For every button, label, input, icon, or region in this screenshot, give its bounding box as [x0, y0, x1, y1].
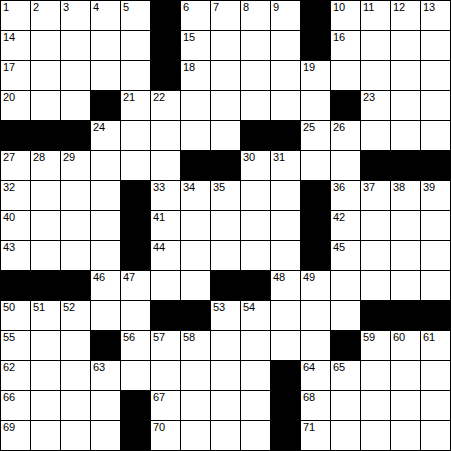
grid-cell[interactable] [121, 31, 151, 61]
grid-cell[interactable]: 11 [361, 1, 391, 31]
clue-number: 34 [183, 182, 195, 193]
grid-cell[interactable]: 53 [211, 301, 241, 331]
black-cell [91, 91, 121, 121]
black-cell [301, 31, 331, 61]
clue-number: 57 [153, 332, 165, 343]
clue-number: 14 [3, 32, 15, 43]
black-cell [61, 271, 91, 301]
grid-cell[interactable]: 38 [391, 181, 421, 211]
grid-cell[interactable]: 6 [181, 1, 211, 31]
black-cell [181, 151, 211, 181]
black-cell [331, 331, 361, 361]
grid-cell[interactable] [421, 271, 451, 301]
black-cell [61, 121, 91, 151]
grid-cell[interactable]: 8 [241, 1, 271, 31]
grid-cell[interactable] [271, 241, 301, 271]
grid-cell[interactable] [61, 61, 91, 91]
clue-number: 24 [93, 122, 105, 133]
grid-cell[interactable]: 16 [331, 31, 361, 61]
grid-cell[interactable] [391, 31, 421, 61]
grid-cell[interactable]: 34 [181, 181, 211, 211]
grid-cell[interactable]: 63 [91, 361, 121, 391]
clue-number: 15 [183, 32, 195, 43]
grid-cell[interactable]: 49 [301, 271, 331, 301]
grid-cell[interactable]: 25 [301, 121, 331, 151]
clue-number: 54 [243, 302, 255, 313]
clue-number: 7 [213, 2, 219, 13]
grid-cell[interactable] [241, 91, 271, 121]
black-cell [121, 181, 151, 211]
grid-cell[interactable] [271, 91, 301, 121]
grid-cell[interactable] [331, 151, 361, 181]
grid-cell[interactable]: 2 [31, 1, 61, 31]
grid-cell[interactable]: 44 [151, 241, 181, 271]
grid-cell[interactable] [361, 271, 391, 301]
clue-number: 60 [393, 332, 405, 343]
grid-cell[interactable] [361, 361, 391, 391]
grid-cell[interactable] [91, 31, 121, 61]
grid-cell[interactable] [121, 121, 151, 151]
black-cell [271, 391, 301, 421]
black-cell [361, 151, 391, 181]
grid-cell[interactable] [121, 61, 151, 91]
black-cell [271, 361, 301, 391]
grid-cell[interactable] [391, 61, 421, 91]
clue-number: 63 [93, 362, 105, 373]
clue-number: 18 [183, 62, 195, 73]
clue-number: 2 [33, 2, 39, 13]
grid-cell[interactable]: 40 [1, 211, 31, 241]
clue-number: 64 [303, 362, 315, 373]
clue-number: 51 [33, 302, 45, 313]
black-cell [151, 301, 181, 331]
grid-cell[interactable] [211, 241, 241, 271]
grid-cell[interactable]: 36 [331, 181, 361, 211]
grid-cell[interactable] [181, 121, 211, 151]
clue-number: 43 [3, 242, 15, 253]
clue-number: 6 [183, 2, 189, 13]
grid-cell[interactable] [241, 61, 271, 91]
grid-cell[interactable] [121, 301, 151, 331]
clue-number: 31 [273, 152, 285, 163]
grid-cell[interactable] [91, 211, 121, 241]
clue-number: 25 [303, 122, 315, 133]
grid-cell[interactable]: 61 [421, 331, 451, 361]
clue-number: 33 [153, 182, 165, 193]
grid-cell[interactable]: 22 [151, 91, 181, 121]
grid-cell[interactable]: 30 [241, 151, 271, 181]
grid-cell[interactable]: 1 [1, 1, 31, 31]
grid-cell[interactable] [391, 361, 421, 391]
clue-number: 11 [363, 2, 374, 13]
grid-cell[interactable] [181, 421, 211, 451]
clue-number: 26 [333, 122, 345, 133]
grid-cell[interactable]: 57 [151, 331, 181, 361]
black-cell [121, 241, 151, 271]
clue-number: 27 [3, 152, 15, 163]
grid-cell[interactable] [31, 61, 61, 91]
grid-cell[interactable] [421, 91, 451, 121]
grid-cell[interactable]: 23 [361, 91, 391, 121]
black-cell [391, 301, 421, 331]
grid-cell[interactable] [151, 271, 181, 301]
grid-cell[interactable] [211, 31, 241, 61]
grid-cell[interactable] [91, 421, 121, 451]
clue-number: 71 [303, 422, 315, 433]
grid-cell[interactable] [31, 31, 61, 61]
black-cell [301, 181, 331, 211]
clue-number: 21 [123, 92, 135, 103]
grid-cell[interactable] [421, 121, 451, 151]
grid-cell[interactable] [241, 421, 271, 451]
grid-cell[interactable]: 19 [301, 61, 331, 91]
grid-cell[interactable] [31, 421, 61, 451]
grid-cell[interactable] [121, 361, 151, 391]
black-cell [1, 121, 31, 151]
clue-number: 44 [153, 242, 165, 253]
grid-cell[interactable]: 28 [31, 151, 61, 181]
grid-cell[interactable] [151, 151, 181, 181]
grid-cell[interactable] [91, 181, 121, 211]
grid-cell[interactable]: 59 [361, 331, 391, 361]
clue-number: 8 [243, 2, 249, 13]
clue-number: 39 [423, 182, 435, 193]
clue-number: 47 [123, 272, 135, 283]
clue-number: 46 [93, 272, 105, 283]
clue-number: 12 [393, 2, 405, 13]
grid-cell[interactable]: 32 [1, 181, 31, 211]
grid-cell[interactable] [361, 241, 391, 271]
black-cell [31, 121, 61, 151]
grid-cell[interactable] [271, 181, 301, 211]
grid-cell[interactable] [181, 271, 211, 301]
grid-cell[interactable]: 54 [241, 301, 271, 331]
clue-number: 10 [333, 2, 345, 13]
grid-cell[interactable] [31, 211, 61, 241]
grid-cell[interactable] [91, 241, 121, 271]
grid-cell[interactable]: 29 [61, 151, 91, 181]
grid-cell[interactable]: 45 [331, 241, 361, 271]
clue-number: 62 [3, 362, 15, 373]
grid-cell[interactable]: 43 [1, 241, 31, 271]
grid-cell[interactable]: 24 [91, 121, 121, 151]
clue-number: 42 [333, 212, 345, 223]
grid-cell[interactable] [391, 241, 421, 271]
grid-cell[interactable]: 48 [271, 271, 301, 301]
black-cell [301, 211, 331, 241]
grid-cell[interactable]: 69 [1, 421, 31, 451]
black-cell [121, 211, 151, 241]
grid-cell[interactable] [361, 211, 391, 241]
clue-number: 19 [303, 62, 315, 73]
clue-number: 65 [333, 362, 345, 373]
clue-number: 59 [363, 332, 375, 343]
black-cell [151, 1, 181, 31]
grid-cell[interactable] [421, 61, 451, 91]
grid-cell[interactable]: 56 [121, 331, 151, 361]
black-cell [391, 151, 421, 181]
grid-cell[interactable] [301, 91, 331, 121]
grid-cell[interactable]: 64 [301, 361, 331, 391]
grid-cell[interactable] [391, 271, 421, 301]
crossword-board: 1234567891011121314151617181920212223242… [0, 0, 451, 451]
grid-cell[interactable] [211, 391, 241, 421]
black-cell [421, 151, 451, 181]
grid-cell[interactable]: 20 [1, 91, 31, 121]
grid-cell[interactable]: 50 [1, 301, 31, 331]
grid-cell[interactable]: 37 [361, 181, 391, 211]
grid-cell[interactable] [31, 391, 61, 421]
grid-cell[interactable] [91, 61, 121, 91]
clue-number: 22 [153, 92, 165, 103]
grid-cell[interactable] [61, 91, 91, 121]
grid-cell[interactable] [241, 211, 271, 241]
grid-cell[interactable] [421, 31, 451, 61]
clue-number: 3 [63, 2, 69, 13]
grid-cell[interactable]: 31 [271, 151, 301, 181]
black-cell [121, 391, 151, 421]
grid-cell[interactable] [271, 301, 301, 331]
clue-number: 36 [333, 182, 345, 193]
grid-cell[interactable] [91, 151, 121, 181]
black-cell [301, 241, 331, 271]
clue-number: 69 [3, 422, 15, 433]
clue-number: 68 [303, 392, 315, 403]
black-cell [271, 421, 301, 451]
black-cell [121, 421, 151, 451]
clue-number: 38 [393, 182, 405, 193]
grid-cell[interactable] [271, 211, 301, 241]
grid-cell[interactable]: 71 [301, 421, 331, 451]
clue-number: 13 [423, 2, 435, 13]
black-cell [181, 301, 211, 331]
grid-cell[interactable] [391, 421, 421, 451]
clue-number: 56 [123, 332, 135, 343]
grid-cell[interactable] [241, 361, 271, 391]
clue-number: 50 [3, 302, 15, 313]
grid-cell[interactable]: 65 [331, 361, 361, 391]
grid-cell[interactable] [361, 421, 391, 451]
black-cell [241, 121, 271, 151]
grid-cell[interactable] [241, 241, 271, 271]
grid-cell[interactable] [421, 241, 451, 271]
grid-cell[interactable] [391, 91, 421, 121]
grid-cell[interactable] [331, 391, 361, 421]
grid-cell[interactable]: 42 [331, 211, 361, 241]
grid-cell[interactable]: 18 [181, 61, 211, 91]
grid-cell[interactable]: 35 [211, 181, 241, 211]
grid-cell[interactable] [31, 241, 61, 271]
clue-number: 66 [3, 392, 15, 403]
clue-number: 9 [273, 2, 279, 13]
black-cell [151, 61, 181, 91]
grid-cell[interactable] [331, 61, 361, 91]
grid-cell[interactable] [301, 151, 331, 181]
grid-cell[interactable]: 52 [61, 301, 91, 331]
grid-cell[interactable]: 4 [91, 1, 121, 31]
clue-number: 67 [153, 392, 165, 403]
grid-cell[interactable] [361, 31, 391, 61]
grid-cell[interactable] [151, 361, 181, 391]
grid-cell[interactable] [61, 421, 91, 451]
black-cell [151, 31, 181, 61]
black-cell [31, 271, 61, 301]
black-cell [301, 1, 331, 31]
clue-number: 52 [63, 302, 75, 313]
grid-cell[interactable] [271, 61, 301, 91]
grid-cell[interactable] [301, 331, 331, 361]
clue-number: 4 [93, 2, 99, 13]
grid-cell[interactable] [241, 331, 271, 361]
grid-cell[interactable]: 51 [31, 301, 61, 331]
clue-number: 20 [3, 92, 15, 103]
grid-cell[interactable]: 66 [1, 391, 31, 421]
clue-number: 70 [153, 422, 165, 433]
grid-cell[interactable] [361, 391, 391, 421]
grid-cell[interactable] [61, 331, 91, 361]
grid-cell[interactable] [241, 181, 271, 211]
black-cell [331, 91, 361, 121]
clue-number: 1 [3, 2, 9, 13]
grid-cell[interactable] [31, 361, 61, 391]
clue-number: 61 [423, 332, 435, 343]
grid-cell[interactable]: 46 [91, 271, 121, 301]
grid-cell[interactable] [61, 181, 91, 211]
grid-cell[interactable] [391, 211, 421, 241]
grid-cell[interactable]: 58 [181, 331, 211, 361]
grid-cell[interactable]: 62 [1, 361, 31, 391]
grid-cell[interactable] [211, 361, 241, 391]
black-cell [421, 301, 451, 331]
clue-number: 32 [3, 182, 15, 193]
grid-cell[interactable] [271, 31, 301, 61]
black-cell [211, 271, 241, 301]
clue-number: 37 [363, 182, 375, 193]
grid-cell[interactable] [61, 361, 91, 391]
grid-cell[interactable]: 15 [181, 31, 211, 61]
grid-cell[interactable] [421, 421, 451, 451]
grid-cell[interactable]: 21 [121, 91, 151, 121]
grid-cell[interactable] [301, 301, 331, 331]
grid-cell[interactable]: 68 [301, 391, 331, 421]
black-cell [241, 271, 271, 301]
clue-number: 5 [123, 2, 129, 13]
grid-cell[interactable] [31, 331, 61, 361]
clue-number: 49 [303, 272, 315, 283]
grid-cell[interactable] [211, 61, 241, 91]
grid-cell[interactable]: 70 [151, 421, 181, 451]
clue-number: 40 [3, 212, 15, 223]
black-cell [91, 331, 121, 361]
grid-cell[interactable] [391, 391, 421, 421]
grid-cell[interactable] [61, 241, 91, 271]
clue-number: 55 [3, 332, 15, 343]
grid-cell[interactable] [331, 421, 361, 451]
clue-number: 30 [243, 152, 255, 163]
clue-number: 28 [33, 152, 45, 163]
grid-cell[interactable] [91, 301, 121, 331]
grid-cell[interactable]: 14 [1, 31, 31, 61]
grid-cell[interactable] [151, 121, 181, 151]
grid-cell[interactable]: 13 [421, 1, 451, 31]
grid-cell[interactable]: 33 [151, 181, 181, 211]
grid-cell[interactable] [331, 301, 361, 331]
grid-cell[interactable] [241, 31, 271, 61]
grid-cell[interactable] [361, 61, 391, 91]
grid-cell[interactable] [91, 391, 121, 421]
grid-cell[interactable] [181, 361, 211, 391]
grid-cell[interactable]: 47 [121, 271, 151, 301]
grid-cell[interactable]: 12 [391, 1, 421, 31]
grid-cell[interactable] [421, 391, 451, 421]
clue-number: 45 [333, 242, 345, 253]
grid-cell[interactable] [361, 121, 391, 151]
grid-cell[interactable]: 60 [391, 331, 421, 361]
grid-cell[interactable]: 27 [1, 151, 31, 181]
grid-cell[interactable]: 17 [1, 61, 31, 91]
grid-cell[interactable]: 39 [421, 181, 451, 211]
black-cell [361, 301, 391, 331]
clue-number: 48 [273, 272, 285, 283]
grid-cell[interactable] [181, 91, 211, 121]
grid-cell[interactable] [181, 241, 211, 271]
grid-cell[interactable]: 5 [121, 1, 151, 31]
grid-cell[interactable]: 26 [331, 121, 361, 151]
grid-cell[interactable] [391, 121, 421, 151]
clue-number: 58 [183, 332, 195, 343]
black-cell [211, 151, 241, 181]
black-cell [271, 121, 301, 151]
grid-cell[interactable]: 41 [151, 211, 181, 241]
grid-cell[interactable] [61, 31, 91, 61]
grid-cell[interactable]: 9 [271, 1, 301, 31]
grid-cell[interactable]: 10 [331, 1, 361, 31]
grid-cell[interactable] [31, 181, 61, 211]
grid-cell[interactable] [271, 331, 301, 361]
grid-cell[interactable] [211, 421, 241, 451]
grid-cell[interactable] [61, 391, 91, 421]
clue-number: 16 [333, 32, 345, 43]
clue-number: 35 [213, 182, 225, 193]
black-cell [1, 271, 31, 301]
grid-cell[interactable] [331, 271, 361, 301]
grid-cell[interactable]: 3 [61, 1, 91, 31]
grid-cell[interactable] [61, 211, 91, 241]
grid-cell[interactable] [181, 211, 211, 241]
clue-number: 23 [363, 92, 375, 103]
clue-number: 41 [153, 212, 165, 223]
grid-cell[interactable] [121, 151, 151, 181]
grid-cell[interactable] [211, 91, 241, 121]
grid-cell[interactable] [211, 211, 241, 241]
grid-cell[interactable]: 7 [211, 1, 241, 31]
clue-number: 17 [3, 62, 15, 73]
grid-cell[interactable] [241, 391, 271, 421]
grid-cell[interactable] [31, 91, 61, 121]
grid-cell[interactable] [211, 121, 241, 151]
grid-cell[interactable] [211, 331, 241, 361]
grid-cell[interactable] [181, 391, 211, 421]
grid-cell[interactable]: 67 [151, 391, 181, 421]
grid-cell[interactable] [421, 211, 451, 241]
grid-cell[interactable] [421, 361, 451, 391]
grid-cell[interactable]: 55 [1, 331, 31, 361]
clue-number: 53 [213, 302, 225, 313]
clue-number: 29 [63, 152, 75, 163]
